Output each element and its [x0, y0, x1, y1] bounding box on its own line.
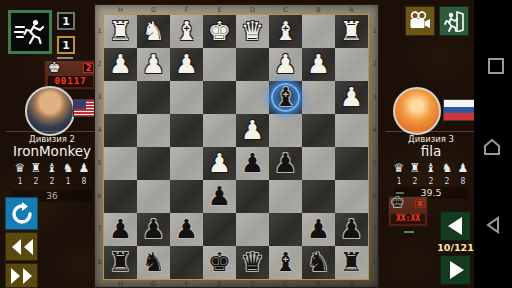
- piece-count-value: 1: [60, 177, 76, 186]
- rewind-button[interactable]: [5, 232, 38, 261]
- piece-count-value: 2: [44, 177, 60, 186]
- white-pawn[interactable]: ♟: [269, 48, 302, 81]
- coord-label: 8: [369, 246, 380, 279]
- square-c5[interactable]: ♟: [269, 147, 302, 180]
- speed-mode-button[interactable]: [8, 10, 52, 54]
- square-f1[interactable]: ♝: [170, 15, 203, 48]
- left-triangle-icon: [446, 216, 466, 236]
- file-labels-bottom: HGFEDCBA: [104, 279, 368, 288]
- exit-door-icon: [443, 10, 465, 32]
- house-icon: [483, 138, 501, 156]
- previous-move-button[interactable]: [440, 211, 471, 241]
- video-camera-icon: [409, 11, 431, 31]
- queen-icon: ♛: [12, 161, 28, 176]
- piece-count-rook: ♜2: [407, 161, 423, 186]
- square-a2[interactable]: [335, 48, 368, 81]
- record-video-button[interactable]: [405, 6, 435, 36]
- coord-label: C: [269, 279, 302, 288]
- white-clock-display: 00117: [48, 76, 93, 87]
- coord-label: C: [269, 5, 302, 15]
- square-f2[interactable]: ♟: [170, 48, 203, 81]
- square-d4[interactable]: ♟: [236, 114, 269, 147]
- coord-label: F: [170, 279, 203, 288]
- forward-button[interactable]: [5, 263, 38, 288]
- square-f4[interactable]: [170, 114, 203, 147]
- square-g8[interactable]: ♞: [137, 246, 170, 279]
- white-bishop[interactable]: ♝: [170, 15, 203, 48]
- square-d1[interactable]: ♛: [236, 15, 269, 48]
- coord-label: 5: [95, 147, 104, 180]
- counter-badge-bottom: 1: [57, 36, 75, 54]
- coord-label: D: [236, 5, 269, 15]
- coord-label: F: [170, 5, 203, 15]
- white-pawn[interactable]: ♟: [104, 48, 137, 81]
- square-g1[interactable]: ♞: [137, 15, 170, 48]
- square-g5[interactable]: [137, 147, 170, 180]
- black-bishop[interactable]: ♝: [269, 81, 302, 114]
- black-king-icon: ♚: [391, 194, 404, 210]
- left-player-avatar: [25, 86, 75, 136]
- piece-count-value: 8: [76, 177, 92, 186]
- square-a3[interactable]: ♟: [335, 81, 368, 114]
- square-a7[interactable]: ♟: [335, 213, 368, 246]
- divider-line: [386, 131, 476, 132]
- black-bishop[interactable]: ♝: [269, 246, 302, 279]
- coord-label: 4: [369, 114, 380, 147]
- piece-count-value: 2: [439, 177, 455, 186]
- coord-label: E: [203, 5, 236, 15]
- square-f8[interactable]: [170, 246, 203, 279]
- square-h6[interactable]: [104, 180, 137, 213]
- white-king[interactable]: ♚: [203, 15, 236, 48]
- queen-icon: ♛: [391, 161, 407, 176]
- black-rook[interactable]: ♜: [335, 246, 368, 279]
- rank-labels-right: 12345678: [369, 15, 380, 279]
- chess-board: HGFEDCBA HGFEDCBA 12345678 12345678 ♜♞♝♚…: [94, 4, 379, 288]
- right-triangle-icon: [446, 260, 466, 280]
- coord-label: A: [335, 279, 368, 288]
- piece-count-knight: ♞1: [60, 161, 76, 186]
- white-clock-badge: 2: [83, 63, 94, 73]
- square-c8[interactable]: ♝: [269, 246, 302, 279]
- square-e6[interactable]: ♟: [203, 180, 236, 213]
- square-a5[interactable]: [335, 147, 368, 180]
- right-player-piece-counts: ♛1♜2♝2♞2♟8: [388, 161, 474, 186]
- piece-count-queen: ♛1: [12, 161, 28, 186]
- white-knight[interactable]: ♞: [137, 15, 170, 48]
- back-triangle-icon: [485, 216, 501, 234]
- square-d7[interactable]: [236, 213, 269, 246]
- coord-label: D: [236, 279, 269, 288]
- exit-game-button[interactable]: [439, 6, 469, 36]
- square-h1[interactable]: ♜: [104, 15, 137, 48]
- black-pawn[interactable]: ♟: [203, 180, 236, 213]
- square-e1[interactable]: ♚: [203, 15, 236, 48]
- coord-label: 1: [95, 15, 104, 48]
- square-g2[interactable]: ♟: [137, 48, 170, 81]
- square-e5[interactable]: ♟: [203, 147, 236, 180]
- piece-count-value: 2: [28, 177, 44, 186]
- coord-label: 3: [369, 81, 380, 114]
- piece-count-knight: ♞2: [439, 161, 455, 186]
- coord-label: 5: [369, 147, 380, 180]
- piece-count-pawn: ♟8: [455, 161, 471, 186]
- black-pawn[interactable]: ♟: [137, 213, 170, 246]
- white-pawn[interactable]: ♟: [170, 48, 203, 81]
- black-pawn[interactable]: ♟: [104, 213, 137, 246]
- pawn-icon: ♟: [455, 161, 471, 176]
- white-bishop[interactable]: ♝: [269, 15, 302, 48]
- piece-count-bishop: ♝2: [44, 161, 60, 186]
- square-f7[interactable]: ♟: [170, 213, 203, 246]
- square-d8[interactable]: ♛: [236, 246, 269, 279]
- piece-count-bishop: ♝2: [423, 161, 439, 186]
- square-e7[interactable]: [203, 213, 236, 246]
- left-player-piece-counts: ♛1♜2♝2♞1♟8: [6, 161, 98, 186]
- rank-labels-left: 12345678: [95, 15, 104, 279]
- square-e4[interactable]: [203, 114, 236, 147]
- running-figure-icon: [14, 16, 46, 48]
- black-player-clock: ♚ X XX:XX: [388, 196, 428, 227]
- black-clock-display: XX:XX: [391, 214, 425, 224]
- coord-label: 6: [369, 180, 380, 213]
- white-king-icon: ♚: [48, 59, 61, 75]
- android-home-button[interactable]: [483, 138, 501, 160]
- black-rook[interactable]: ♜: [104, 246, 137, 279]
- piece-count-value: 1: [12, 177, 28, 186]
- chess-app-screen: 1 1 ♚ 2 00117 Дивизия 2 IronMonkey ♛1♜2♝…: [0, 0, 512, 288]
- square-e2[interactable]: [203, 48, 236, 81]
- square-c7[interactable]: [269, 213, 302, 246]
- undo-button[interactable]: [5, 197, 38, 230]
- square-g3[interactable]: [137, 81, 170, 114]
- square-c2[interactable]: ♟: [269, 48, 302, 81]
- bishop-icon: ♝: [44, 161, 60, 176]
- right-player-avatar: [393, 87, 441, 135]
- square-h7[interactable]: ♟: [104, 213, 137, 246]
- russia-flag: [443, 99, 476, 121]
- square-e8[interactable]: ♚: [203, 246, 236, 279]
- double-right-arrows-icon: [8, 267, 36, 285]
- pawn-icon: ♟: [76, 161, 92, 176]
- counter-badge-top: 1: [57, 12, 75, 30]
- square-a6[interactable]: [335, 180, 368, 213]
- coord-label: G: [137, 279, 170, 288]
- white-pawn[interactable]: ♟: [335, 81, 368, 114]
- white-pawn[interactable]: ♟: [236, 114, 269, 147]
- coord-label: A: [335, 5, 368, 15]
- square-d5[interactable]: ♟: [236, 147, 269, 180]
- white-rook[interactable]: ♜: [335, 15, 368, 48]
- black-pawn[interactable]: ♟: [269, 147, 302, 180]
- coord-label: 8: [95, 246, 104, 279]
- piece-count-value: 2: [407, 177, 423, 186]
- rook-icon: ♜: [407, 161, 423, 176]
- square-d2[interactable]: [236, 48, 269, 81]
- coord-label: 3: [95, 81, 104, 114]
- square-h5[interactable]: [104, 147, 137, 180]
- coord-label: 6: [95, 180, 104, 213]
- square-c6[interactable]: [269, 180, 302, 213]
- piece-count-rook: ♜2: [28, 161, 44, 186]
- piece-count-pawn: ♟8: [76, 161, 92, 186]
- coord-label: 7: [95, 213, 104, 246]
- coord-label: E: [203, 279, 236, 288]
- coord-label: H: [104, 279, 137, 288]
- coord-label: G: [137, 5, 170, 15]
- black-pawn[interactable]: ♟: [236, 147, 269, 180]
- white-queen[interactable]: ♛: [236, 15, 269, 48]
- piece-count-value: 2: [423, 177, 439, 186]
- square-h4[interactable]: [104, 114, 137, 147]
- square-c1[interactable]: ♝: [269, 15, 302, 48]
- square-c3[interactable]: ♝: [269, 81, 302, 114]
- piece-count-value: 1: [391, 177, 407, 186]
- coord-label: H: [104, 5, 137, 15]
- white-pawn[interactable]: ♟: [302, 48, 335, 81]
- move-counter: 10/121: [432, 242, 479, 253]
- square-a1[interactable]: ♜: [335, 15, 368, 48]
- bishop-icon: ♝: [423, 161, 439, 176]
- circular-arrow-icon: [10, 202, 34, 226]
- square-d6[interactable]: [236, 180, 269, 213]
- square-a4[interactable]: [335, 114, 368, 147]
- square-a8[interactable]: ♜: [335, 246, 368, 279]
- square-g4[interactable]: [137, 114, 170, 147]
- black-pawn[interactable]: ♟: [335, 213, 368, 246]
- square-f6[interactable]: [170, 180, 203, 213]
- board-squares: ♜♞♝♚♛♝♜♟♟♟♟♟♝♟♟♟♟♟♟♟♟♟♟♟♜♞♚♛♝♞♜: [104, 15, 368, 279]
- square-g7[interactable]: ♟: [137, 213, 170, 246]
- square-f5[interactable]: [170, 147, 203, 180]
- divider-line: [6, 131, 98, 132]
- black-knight[interactable]: ♞: [302, 246, 335, 279]
- piece-count-queen: ♛1: [391, 161, 407, 186]
- double-left-arrows-icon: [8, 237, 36, 257]
- white-pawn[interactable]: ♟: [137, 48, 170, 81]
- square-h3[interactable]: [104, 81, 137, 114]
- square-b3[interactable]: [302, 81, 335, 114]
- square-f3[interactable]: [170, 81, 203, 114]
- white-pawn[interactable]: ♟: [203, 147, 236, 180]
- square-h2[interactable]: ♟: [104, 48, 137, 81]
- android-back-button[interactable]: [485, 216, 501, 238]
- square-b5[interactable]: [302, 147, 335, 180]
- coord-label: 1: [369, 15, 380, 48]
- square-d3[interactable]: [236, 81, 269, 114]
- coord-label: 2: [369, 48, 380, 81]
- coord-label: B: [302, 279, 335, 288]
- black-knight[interactable]: ♞: [137, 246, 170, 279]
- piece-count-value: 8: [455, 177, 471, 186]
- coord-label: 4: [95, 114, 104, 147]
- black-clock-badge: X: [415, 199, 425, 208]
- coord-label: 7: [369, 213, 380, 246]
- knight-icon: ♞: [439, 161, 455, 176]
- divider-dash: [404, 231, 414, 233]
- white-rook[interactable]: ♜: [104, 15, 137, 48]
- square-b1[interactable]: [302, 15, 335, 48]
- square-b2[interactable]: ♟: [302, 48, 335, 81]
- square-c4[interactable]: [269, 114, 302, 147]
- black-queen[interactable]: ♛: [236, 246, 269, 279]
- square-b6[interactable]: [302, 180, 335, 213]
- right-player-name: fila: [384, 143, 478, 159]
- square-g6[interactable]: [137, 180, 170, 213]
- square-b4[interactable]: [302, 114, 335, 147]
- rook-icon: ♜: [28, 161, 44, 176]
- file-labels-top: HGFEDCBA: [104, 5, 368, 15]
- black-king[interactable]: ♚: [203, 246, 236, 279]
- square-e3[interactable]: [203, 81, 236, 114]
- black-pawn[interactable]: ♟: [170, 213, 203, 246]
- android-recents-button[interactable]: [488, 58, 504, 74]
- coord-label: 2: [95, 48, 104, 81]
- coord-label: B: [302, 5, 335, 15]
- next-move-button[interactable]: [440, 255, 471, 285]
- square-b8[interactable]: ♞: [302, 246, 335, 279]
- black-pawn[interactable]: ♟: [302, 213, 335, 246]
- left-player-name: IronMonkey: [0, 143, 104, 159]
- square-h8[interactable]: ♜: [104, 246, 137, 279]
- square-b7[interactable]: ♟: [302, 213, 335, 246]
- knight-icon: ♞: [60, 161, 76, 176]
